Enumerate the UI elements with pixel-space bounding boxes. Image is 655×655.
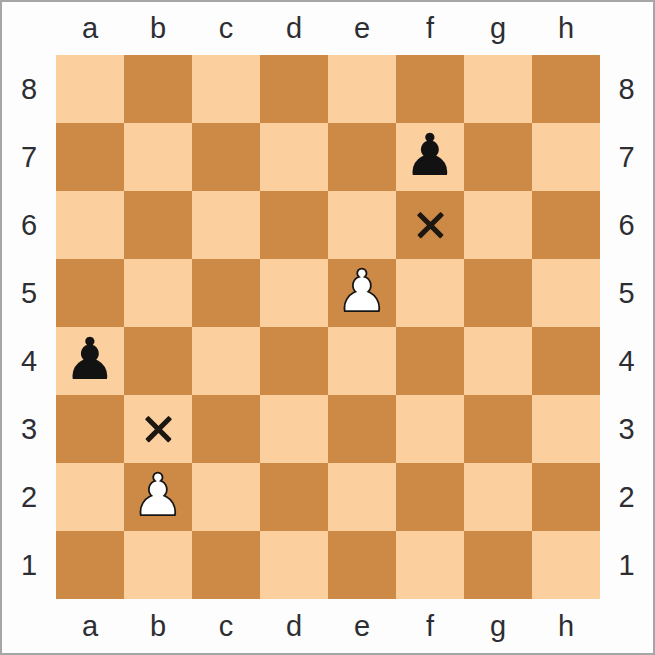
file-label-f-top: f bbox=[396, 2, 464, 55]
square-d6[interactable] bbox=[260, 191, 328, 259]
file-label-a-top: a bbox=[56, 2, 124, 55]
piece-black-pawn: ♟ bbox=[64, 325, 116, 393]
rank-label-6-right: 6 bbox=[600, 191, 653, 259]
square-c5[interactable] bbox=[192, 259, 260, 327]
file-label-h-top: h bbox=[532, 2, 600, 55]
file-label-d-bottom: d bbox=[260, 599, 328, 653]
square-c3[interactable] bbox=[192, 395, 260, 463]
square-f4[interactable] bbox=[396, 327, 464, 395]
rank-label-1-left: 1 bbox=[2, 531, 56, 599]
square-f2[interactable] bbox=[396, 463, 464, 531]
square-g7[interactable] bbox=[464, 123, 532, 191]
rank-label-4-left: 4 bbox=[2, 327, 56, 395]
file-label-e-top: e bbox=[328, 2, 396, 55]
square-e4[interactable] bbox=[328, 327, 396, 395]
rank-label-5-left: 5 bbox=[2, 259, 56, 327]
piece-black-pawn: ♟ bbox=[404, 121, 456, 189]
square-h5[interactable] bbox=[532, 259, 600, 327]
rank-label-2-right: 2 bbox=[600, 463, 653, 531]
file-label-a-bottom: a bbox=[56, 599, 124, 653]
square-a7[interactable] bbox=[56, 123, 124, 191]
square-b5[interactable] bbox=[124, 259, 192, 327]
square-c4[interactable] bbox=[192, 327, 260, 395]
square-d3[interactable] bbox=[260, 395, 328, 463]
square-a1[interactable] bbox=[56, 531, 124, 599]
square-e8[interactable] bbox=[328, 55, 396, 123]
board-corner bbox=[600, 2, 653, 55]
square-e1[interactable] bbox=[328, 531, 396, 599]
square-h6[interactable] bbox=[532, 191, 600, 259]
file-label-d-top: d bbox=[260, 2, 328, 55]
square-b7[interactable] bbox=[124, 123, 192, 191]
square-h8[interactable] bbox=[532, 55, 600, 123]
square-d7[interactable] bbox=[260, 123, 328, 191]
square-b6[interactable] bbox=[124, 191, 192, 259]
rank-label-3-right: 3 bbox=[600, 395, 653, 463]
file-label-f-bottom: f bbox=[396, 599, 464, 653]
square-d8[interactable] bbox=[260, 55, 328, 123]
square-b8[interactable] bbox=[124, 55, 192, 123]
square-f6[interactable] bbox=[396, 191, 464, 259]
square-c8[interactable] bbox=[192, 55, 260, 123]
file-label-c-top: c bbox=[192, 2, 260, 55]
board-corner bbox=[600, 599, 653, 653]
square-c1[interactable] bbox=[192, 531, 260, 599]
square-d2[interactable] bbox=[260, 463, 328, 531]
square-a5[interactable] bbox=[56, 259, 124, 327]
square-f5[interactable] bbox=[396, 259, 464, 327]
square-h7[interactable] bbox=[532, 123, 600, 191]
square-f3[interactable] bbox=[396, 395, 464, 463]
chess-diagram: abcdefgh887♟7665♟54♟4332♟211abcdefgh bbox=[0, 0, 655, 655]
rank-label-4-right: 4 bbox=[600, 327, 653, 395]
rank-label-2-left: 2 bbox=[2, 463, 56, 531]
square-g3[interactable] bbox=[464, 395, 532, 463]
square-h3[interactable] bbox=[532, 395, 600, 463]
square-e5[interactable]: ♟ bbox=[328, 259, 396, 327]
square-f1[interactable] bbox=[396, 531, 464, 599]
file-label-c-bottom: c bbox=[192, 599, 260, 653]
rank-label-8-right: 8 bbox=[600, 55, 653, 123]
square-e3[interactable] bbox=[328, 395, 396, 463]
square-f7[interactable]: ♟ bbox=[396, 123, 464, 191]
rank-label-6-left: 6 bbox=[2, 191, 56, 259]
square-c2[interactable] bbox=[192, 463, 260, 531]
board-corner bbox=[2, 2, 56, 55]
x-mark-b3 bbox=[142, 413, 175, 446]
square-c6[interactable] bbox=[192, 191, 260, 259]
square-g1[interactable] bbox=[464, 531, 532, 599]
square-g5[interactable] bbox=[464, 259, 532, 327]
square-a6[interactable] bbox=[56, 191, 124, 259]
square-d1[interactable] bbox=[260, 531, 328, 599]
rank-label-8-left: 8 bbox=[2, 55, 56, 123]
square-g4[interactable] bbox=[464, 327, 532, 395]
square-g6[interactable] bbox=[464, 191, 532, 259]
file-label-e-bottom: e bbox=[328, 599, 396, 653]
square-a4[interactable]: ♟ bbox=[56, 327, 124, 395]
square-c7[interactable] bbox=[192, 123, 260, 191]
square-b2[interactable]: ♟ bbox=[124, 463, 192, 531]
square-a8[interactable] bbox=[56, 55, 124, 123]
square-e7[interactable] bbox=[328, 123, 396, 191]
square-d5[interactable] bbox=[260, 259, 328, 327]
square-b4[interactable] bbox=[124, 327, 192, 395]
square-e6[interactable] bbox=[328, 191, 396, 259]
rank-label-7-right: 7 bbox=[600, 123, 653, 191]
piece-white-pawn: ♟ bbox=[132, 461, 184, 529]
file-label-g-top: g bbox=[464, 2, 532, 55]
rank-label-5-right: 5 bbox=[600, 259, 653, 327]
file-label-b-bottom: b bbox=[124, 599, 192, 653]
rank-label-7-left: 7 bbox=[2, 123, 56, 191]
square-g2[interactable] bbox=[464, 463, 532, 531]
square-h4[interactable] bbox=[532, 327, 600, 395]
square-a2[interactable] bbox=[56, 463, 124, 531]
piece-white-pawn: ♟ bbox=[336, 257, 388, 325]
square-h1[interactable] bbox=[532, 531, 600, 599]
x-mark-f6 bbox=[414, 209, 447, 242]
board-corner bbox=[2, 599, 56, 653]
rank-label-1-right: 1 bbox=[600, 531, 653, 599]
file-label-b-top: b bbox=[124, 2, 192, 55]
file-label-g-bottom: g bbox=[464, 599, 532, 653]
rank-label-3-left: 3 bbox=[2, 395, 56, 463]
square-h2[interactable] bbox=[532, 463, 600, 531]
square-a3[interactable] bbox=[56, 395, 124, 463]
square-b3[interactable] bbox=[124, 395, 192, 463]
square-g8[interactable] bbox=[464, 55, 532, 123]
square-d4[interactable] bbox=[260, 327, 328, 395]
square-b1[interactable] bbox=[124, 531, 192, 599]
square-f8[interactable] bbox=[396, 55, 464, 123]
square-e2[interactable] bbox=[328, 463, 396, 531]
file-label-h-bottom: h bbox=[532, 599, 600, 653]
